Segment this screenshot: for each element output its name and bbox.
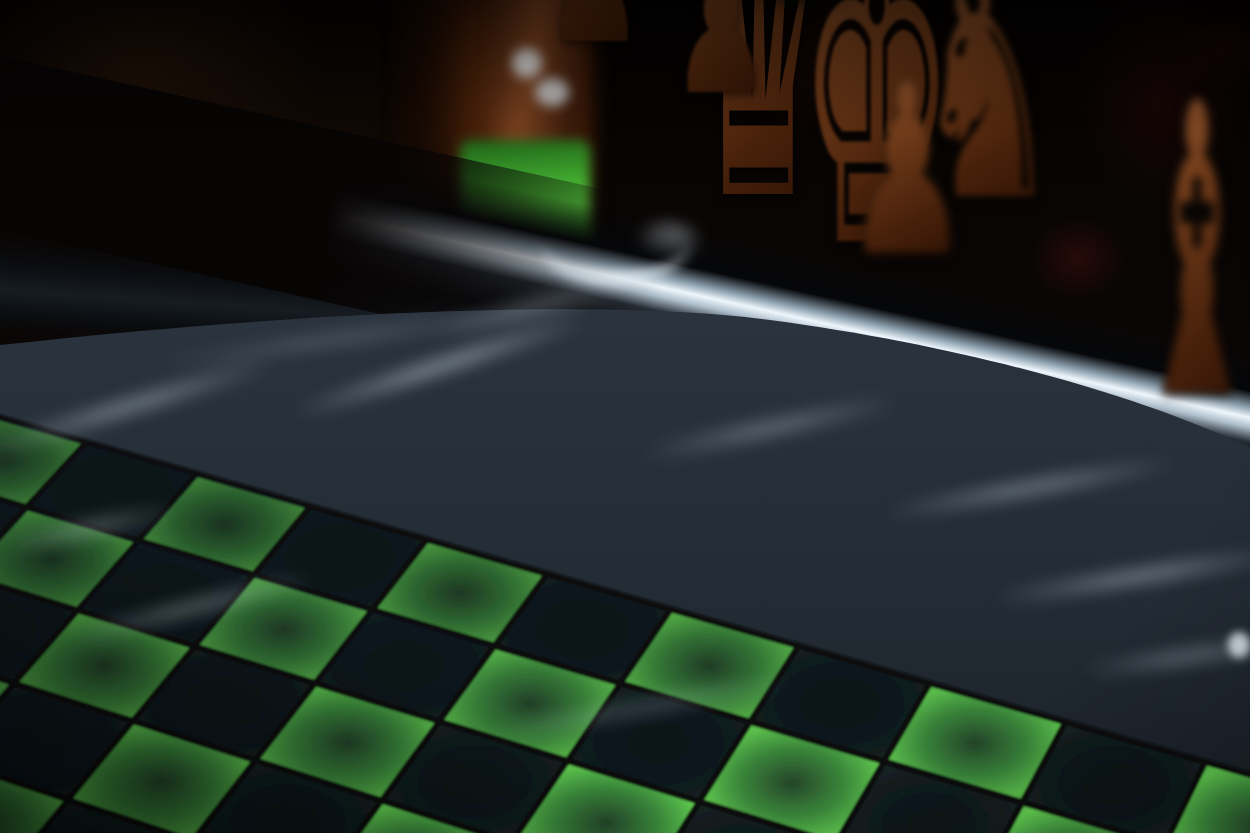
pawn-glyph: ♟ (419, 0, 523, 17)
pawn-glyph: ♟ (544, 0, 644, 70)
pawn-glyph: ♟ (843, 53, 970, 290)
chess-photo-scene: ♜♟♝♟♞♟♛♟♚♟♞♟♝♟ (0, 0, 1250, 833)
bokeh-circle (1228, 632, 1250, 658)
bishop-glyph: ♝ (1132, 52, 1250, 456)
pawn-glyph: ♟ (671, 0, 772, 122)
blurred-piece-silhouette (1198, 0, 1250, 15)
